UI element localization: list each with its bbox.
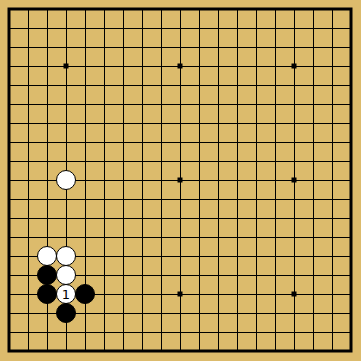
stone-white-D4: 1 xyxy=(56,284,76,304)
go-board: 1 xyxy=(0,0,361,361)
stone-white-C6 xyxy=(37,246,57,266)
stone-white-D5 xyxy=(56,265,76,285)
stone-white-D10 xyxy=(56,170,76,190)
stone-black-C4 xyxy=(37,284,57,304)
move-number-label: 1 xyxy=(62,288,70,301)
go-diagram: 1 xyxy=(0,0,361,361)
stone-black-D3 xyxy=(56,303,76,323)
stone-black-C5 xyxy=(37,265,57,285)
stone-white-D6 xyxy=(56,246,76,266)
stone-black-E4 xyxy=(75,284,95,304)
